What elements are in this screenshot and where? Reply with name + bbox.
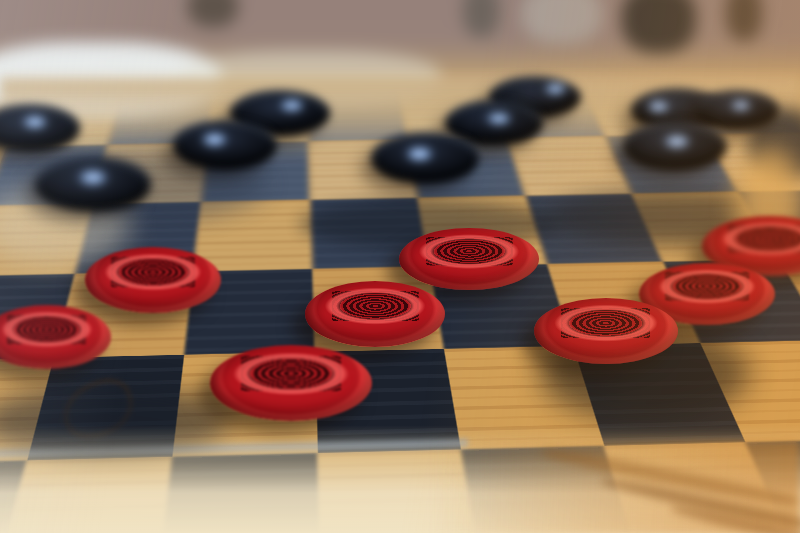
checker-black-r2c7[interactable]: ⛀ (623, 121, 727, 171)
checker-red-r6c1[interactable]: ⛂ (210, 345, 372, 421)
background-blob (522, 0, 602, 43)
checker-black-r1c2[interactable]: ⛀ (173, 120, 277, 170)
red-man-glyph: ⛂ (534, 298, 678, 364)
background-blob (622, 0, 696, 53)
checker-red-r4c3[interactable]: ⛂ (399, 228, 539, 290)
specular-highlight (401, 144, 438, 164)
specular-highlight (197, 130, 232, 149)
specular-highlight (659, 132, 694, 151)
checker-black-r0c7[interactable]: ⛀ (695, 90, 779, 130)
specular-highlight (18, 113, 52, 131)
specular-highlight (643, 98, 674, 115)
specular-highlight (540, 81, 571, 97)
red-man-glyph: ⛂ (399, 228, 539, 290)
checkers-photo-scene: ⛀⛀⛀⛀⛀⛀⛀⛀⛀⛀⛂⛂⛂⛂⛂⛂⛂⛂ (0, 0, 800, 533)
background-blob (188, 0, 238, 27)
checker-black-r2c1[interactable]: ⛀ (35, 156, 151, 212)
checker-red-r5c6[interactable]: ⛂ (534, 298, 678, 364)
checker-black-r1c4[interactable]: ⛀ (371, 132, 479, 184)
checker-red-r5c4[interactable]: ⛂ (305, 281, 445, 347)
checker-red-r4c1[interactable]: ⛂ (85, 247, 221, 313)
background-blob (726, 0, 762, 41)
red-man-glyph: ⛂ (305, 281, 445, 347)
specular-highlight (482, 110, 515, 127)
specular-highlight (275, 97, 309, 114)
specular-highlight (73, 167, 112, 188)
specular-highlight (727, 98, 756, 113)
background-blob (463, 0, 499, 37)
red-man-glyph: ⛂ (210, 345, 372, 421)
red-man-glyph: ⛂ (85, 247, 221, 313)
